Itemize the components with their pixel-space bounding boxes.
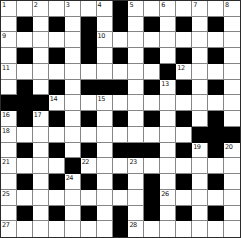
white-cell[interactable] bbox=[49, 158, 65, 174]
clue-number: 20 bbox=[225, 143, 232, 151]
black-cell bbox=[192, 127, 208, 143]
white-cell[interactable] bbox=[65, 143, 81, 159]
white-cell[interactable]: 21 bbox=[1, 158, 17, 174]
clue-number: 28 bbox=[129, 221, 136, 229]
white-cell[interactable]: 23 bbox=[128, 158, 144, 174]
white-cell[interactable] bbox=[224, 111, 240, 127]
black-cell bbox=[176, 80, 192, 96]
white-cell[interactable] bbox=[113, 32, 129, 48]
white-cell[interactable]: 20 bbox=[224, 143, 240, 159]
white-cell[interactable] bbox=[113, 158, 129, 174]
white-cell[interactable] bbox=[128, 127, 144, 143]
white-cell[interactable] bbox=[128, 95, 144, 111]
white-cell[interactable] bbox=[176, 95, 192, 111]
white-cell[interactable] bbox=[176, 1, 192, 17]
white-cell[interactable] bbox=[49, 64, 65, 80]
white-cell[interactable] bbox=[144, 1, 160, 17]
white-cell[interactable] bbox=[97, 206, 113, 222]
white-cell[interactable] bbox=[224, 221, 240, 237]
white-cell[interactable] bbox=[192, 32, 208, 48]
black-cell bbox=[176, 174, 192, 190]
white-cell[interactable] bbox=[1, 206, 17, 222]
white-cell[interactable] bbox=[33, 158, 49, 174]
white-cell[interactable] bbox=[65, 190, 81, 206]
white-cell[interactable] bbox=[65, 48, 81, 64]
white-cell[interactable] bbox=[160, 221, 176, 237]
white-cell[interactable] bbox=[128, 190, 144, 206]
clue-number: 21 bbox=[2, 158, 9, 166]
black-cell bbox=[144, 190, 160, 206]
black-cell bbox=[33, 95, 49, 111]
white-cell[interactable] bbox=[49, 190, 65, 206]
clue-number: 5 bbox=[129, 1, 133, 9]
clue-number: 15 bbox=[98, 95, 105, 103]
white-cell[interactable] bbox=[208, 1, 224, 17]
clue-number: 16 bbox=[2, 111, 9, 119]
black-cell bbox=[81, 80, 97, 96]
white-cell[interactable] bbox=[160, 206, 176, 222]
white-cell[interactable] bbox=[97, 158, 113, 174]
white-cell[interactable] bbox=[81, 127, 97, 143]
white-cell[interactable] bbox=[65, 111, 81, 127]
black-cell bbox=[49, 111, 65, 127]
white-cell[interactable] bbox=[160, 127, 176, 143]
white-cell[interactable]: 16 bbox=[1, 111, 17, 127]
black-cell bbox=[144, 48, 160, 64]
black-cell bbox=[113, 48, 129, 64]
black-cell bbox=[144, 80, 160, 96]
white-cell[interactable] bbox=[224, 206, 240, 222]
white-cell[interactable] bbox=[97, 64, 113, 80]
white-cell[interactable]: 19 bbox=[192, 143, 208, 159]
clue-number: 27 bbox=[2, 221, 9, 229]
white-cell[interactable] bbox=[33, 32, 49, 48]
white-cell[interactable] bbox=[192, 80, 208, 96]
black-cell bbox=[176, 143, 192, 159]
black-cell bbox=[208, 80, 224, 96]
black-cell bbox=[17, 80, 33, 96]
white-cell[interactable]: 27 bbox=[1, 221, 17, 237]
white-cell[interactable]: 2 bbox=[33, 1, 49, 17]
white-cell[interactable] bbox=[1, 174, 17, 190]
white-cell[interactable] bbox=[81, 1, 97, 17]
white-cell[interactable] bbox=[97, 190, 113, 206]
white-cell[interactable] bbox=[33, 127, 49, 143]
clue-number: 13 bbox=[161, 80, 168, 88]
black-cell bbox=[1, 95, 17, 111]
white-cell[interactable] bbox=[128, 206, 144, 222]
white-cell[interactable]: 10 bbox=[97, 32, 113, 48]
clue-number: 18 bbox=[2, 127, 9, 135]
black-cell bbox=[176, 206, 192, 222]
clue-number: 12 bbox=[177, 64, 184, 72]
black-cell bbox=[208, 17, 224, 33]
white-cell[interactable] bbox=[1, 143, 17, 159]
black-cell bbox=[49, 48, 65, 64]
white-cell[interactable] bbox=[208, 190, 224, 206]
white-cell[interactable] bbox=[224, 95, 240, 111]
white-cell[interactable] bbox=[128, 48, 144, 64]
black-cell bbox=[81, 143, 97, 159]
white-cell[interactable] bbox=[49, 221, 65, 237]
clue-number: 24 bbox=[66, 174, 73, 182]
white-cell[interactable] bbox=[208, 32, 224, 48]
white-cell[interactable] bbox=[33, 80, 49, 96]
white-cell[interactable] bbox=[65, 17, 81, 33]
white-cell[interactable] bbox=[33, 174, 49, 190]
white-cell[interactable]: 18 bbox=[1, 127, 17, 143]
black-cell bbox=[17, 48, 33, 64]
black-cell bbox=[113, 206, 129, 222]
black-cell bbox=[144, 17, 160, 33]
white-cell[interactable] bbox=[1, 80, 17, 96]
white-cell[interactable] bbox=[97, 111, 113, 127]
clue-number: 22 bbox=[82, 158, 89, 166]
black-cell bbox=[176, 48, 192, 64]
clue-number: 10 bbox=[98, 32, 105, 40]
black-cell bbox=[113, 1, 129, 17]
black-cell bbox=[176, 111, 192, 127]
white-cell[interactable] bbox=[192, 206, 208, 222]
white-cell[interactable]: 28 bbox=[128, 221, 144, 237]
black-cell bbox=[113, 17, 129, 33]
black-cell bbox=[65, 158, 81, 174]
black-cell bbox=[224, 127, 240, 143]
white-cell[interactable] bbox=[160, 174, 176, 190]
black-cell bbox=[113, 111, 129, 127]
white-cell[interactable] bbox=[97, 143, 113, 159]
white-cell[interactable] bbox=[160, 17, 176, 33]
black-cell bbox=[49, 17, 65, 33]
black-cell bbox=[97, 80, 113, 96]
black-cell bbox=[208, 174, 224, 190]
white-cell[interactable] bbox=[17, 158, 33, 174]
white-cell[interactable] bbox=[176, 221, 192, 237]
white-cell[interactable] bbox=[208, 95, 224, 111]
clue-number: 11 bbox=[2, 64, 9, 72]
white-cell[interactable] bbox=[224, 158, 240, 174]
black-cell bbox=[160, 64, 176, 80]
white-cell[interactable] bbox=[65, 206, 81, 222]
black-cell bbox=[81, 111, 97, 127]
white-cell[interactable] bbox=[33, 221, 49, 237]
white-cell[interactable] bbox=[97, 127, 113, 143]
white-cell[interactable] bbox=[49, 1, 65, 17]
white-cell[interactable] bbox=[176, 158, 192, 174]
black-cell bbox=[144, 206, 160, 222]
clue-number: 8 bbox=[225, 1, 229, 9]
white-cell[interactable]: 8 bbox=[224, 1, 240, 17]
clue-number: 7 bbox=[193, 1, 197, 9]
white-cell[interactable]: 4 bbox=[97, 1, 113, 17]
white-cell[interactable] bbox=[160, 158, 176, 174]
white-cell[interactable] bbox=[97, 17, 113, 33]
white-cell[interactable]: 25 bbox=[1, 190, 17, 206]
white-cell[interactable] bbox=[160, 95, 176, 111]
white-cell[interactable]: 6 bbox=[160, 1, 176, 17]
white-cell[interactable] bbox=[224, 17, 240, 33]
white-cell[interactable] bbox=[33, 206, 49, 222]
white-cell[interactable] bbox=[224, 32, 240, 48]
white-cell[interactable] bbox=[113, 190, 129, 206]
white-cell[interactable] bbox=[128, 111, 144, 127]
white-cell[interactable] bbox=[128, 17, 144, 33]
white-cell[interactable] bbox=[144, 221, 160, 237]
white-cell[interactable] bbox=[81, 64, 97, 80]
white-cell[interactable]: 22 bbox=[81, 158, 97, 174]
clue-number: 23 bbox=[129, 158, 136, 166]
white-cell[interactable] bbox=[192, 190, 208, 206]
white-cell[interactable]: 24 bbox=[65, 174, 81, 190]
black-cell bbox=[17, 17, 33, 33]
clue-number: 2 bbox=[34, 1, 38, 9]
black-cell bbox=[49, 206, 65, 222]
white-cell[interactable]: 1 bbox=[1, 1, 17, 17]
white-cell[interactable]: 13 bbox=[160, 80, 176, 96]
white-cell[interactable] bbox=[17, 64, 33, 80]
white-cell[interactable] bbox=[33, 64, 49, 80]
black-cell bbox=[113, 221, 129, 237]
white-cell[interactable] bbox=[113, 127, 129, 143]
white-cell[interactable] bbox=[192, 17, 208, 33]
white-cell[interactable] bbox=[81, 190, 97, 206]
white-cell[interactable] bbox=[1, 48, 17, 64]
white-cell[interactable]: 14 bbox=[49, 95, 65, 111]
white-cell[interactable] bbox=[192, 64, 208, 80]
clue-number: 9 bbox=[2, 32, 6, 40]
white-cell[interactable] bbox=[160, 32, 176, 48]
black-cell bbox=[81, 48, 97, 64]
white-cell[interactable] bbox=[224, 48, 240, 64]
black-cell bbox=[208, 127, 224, 143]
white-cell[interactable] bbox=[144, 32, 160, 48]
black-cell bbox=[144, 143, 160, 159]
white-cell[interactable] bbox=[113, 64, 129, 80]
white-cell[interactable] bbox=[192, 174, 208, 190]
white-cell[interactable] bbox=[128, 80, 144, 96]
black-cell bbox=[144, 174, 160, 190]
white-cell[interactable] bbox=[65, 95, 81, 111]
white-cell[interactable] bbox=[33, 17, 49, 33]
black-cell bbox=[128, 143, 144, 159]
clue-number: 4 bbox=[98, 1, 102, 9]
white-cell[interactable] bbox=[33, 143, 49, 159]
black-cell bbox=[208, 48, 224, 64]
black-cell bbox=[17, 206, 33, 222]
white-cell[interactable]: 5 bbox=[128, 1, 144, 17]
white-cell[interactable]: 3 bbox=[65, 1, 81, 17]
black-cell bbox=[49, 80, 65, 96]
black-cell bbox=[81, 206, 97, 222]
black-cell bbox=[113, 143, 129, 159]
clue-number: 25 bbox=[2, 190, 9, 198]
white-cell[interactable] bbox=[81, 95, 97, 111]
clue-number: 3 bbox=[66, 1, 70, 9]
black-cell bbox=[17, 174, 33, 190]
white-cell[interactable] bbox=[208, 221, 224, 237]
black-cell bbox=[49, 174, 65, 190]
white-cell[interactable] bbox=[192, 221, 208, 237]
white-cell[interactable] bbox=[49, 32, 65, 48]
white-cell[interactable] bbox=[33, 48, 49, 64]
clue-number: 26 bbox=[161, 190, 168, 198]
white-cell[interactable] bbox=[97, 221, 113, 237]
white-cell[interactable] bbox=[33, 190, 49, 206]
white-cell[interactable] bbox=[17, 1, 33, 17]
black-cell bbox=[17, 143, 33, 159]
white-cell[interactable]: 12 bbox=[176, 64, 192, 80]
white-cell[interactable] bbox=[176, 127, 192, 143]
white-cell[interactable] bbox=[65, 32, 81, 48]
white-cell[interactable] bbox=[81, 221, 97, 237]
white-cell[interactable] bbox=[224, 190, 240, 206]
white-cell[interactable] bbox=[1, 17, 17, 33]
white-cell[interactable] bbox=[144, 127, 160, 143]
white-cell[interactable] bbox=[208, 158, 224, 174]
black-cell bbox=[81, 174, 97, 190]
white-cell[interactable] bbox=[144, 95, 160, 111]
black-cell bbox=[208, 206, 224, 222]
white-cell[interactable]: 7 bbox=[192, 1, 208, 17]
clue-number: 6 bbox=[161, 1, 165, 9]
white-cell[interactable]: 9 bbox=[1, 32, 17, 48]
white-cell[interactable] bbox=[192, 111, 208, 127]
white-cell[interactable] bbox=[160, 111, 176, 127]
white-cell[interactable] bbox=[160, 48, 176, 64]
white-cell[interactable]: 17 bbox=[33, 111, 49, 127]
clue-number: 19 bbox=[193, 143, 200, 151]
white-cell[interactable] bbox=[144, 158, 160, 174]
white-cell[interactable] bbox=[128, 64, 144, 80]
white-cell[interactable] bbox=[208, 64, 224, 80]
crossword-grid: 1234567891011121314151617181920212223242… bbox=[0, 0, 241, 238]
white-cell[interactable] bbox=[17, 127, 33, 143]
black-cell bbox=[17, 95, 33, 111]
white-cell[interactable]: 26 bbox=[160, 190, 176, 206]
white-cell[interactable] bbox=[192, 158, 208, 174]
black-cell bbox=[17, 111, 33, 127]
black-cell bbox=[81, 32, 97, 48]
white-cell[interactable] bbox=[192, 48, 208, 64]
white-cell[interactable] bbox=[17, 190, 33, 206]
black-cell bbox=[144, 111, 160, 127]
white-cell[interactable] bbox=[65, 221, 81, 237]
white-cell[interactable]: 11 bbox=[1, 64, 17, 80]
black-cell bbox=[49, 143, 65, 159]
white-cell[interactable] bbox=[176, 190, 192, 206]
white-cell[interactable] bbox=[17, 221, 33, 237]
white-cell[interactable] bbox=[113, 95, 129, 111]
black-cell bbox=[176, 17, 192, 33]
white-cell[interactable] bbox=[49, 127, 65, 143]
white-cell[interactable] bbox=[160, 143, 176, 159]
white-cell[interactable] bbox=[17, 32, 33, 48]
black-cell bbox=[208, 111, 224, 127]
white-cell[interactable] bbox=[128, 32, 144, 48]
white-cell[interactable] bbox=[144, 64, 160, 80]
white-cell[interactable] bbox=[192, 95, 208, 111]
white-cell[interactable] bbox=[224, 80, 240, 96]
white-cell[interactable] bbox=[224, 64, 240, 80]
clue-number: 1 bbox=[2, 1, 6, 9]
black-cell bbox=[113, 80, 129, 96]
white-cell[interactable] bbox=[65, 80, 81, 96]
black-cell bbox=[113, 174, 129, 190]
white-cell[interactable]: 15 bbox=[97, 95, 113, 111]
black-cell bbox=[81, 17, 97, 33]
clue-number: 17 bbox=[34, 111, 41, 119]
white-cell[interactable] bbox=[176, 32, 192, 48]
clue-number: 14 bbox=[50, 95, 57, 103]
white-cell[interactable] bbox=[65, 64, 81, 80]
white-cell[interactable] bbox=[128, 174, 144, 190]
black-cell bbox=[208, 143, 224, 159]
white-cell[interactable] bbox=[97, 48, 113, 64]
white-cell[interactable] bbox=[97, 174, 113, 190]
white-cell[interactable] bbox=[65, 127, 81, 143]
white-cell[interactable] bbox=[224, 174, 240, 190]
